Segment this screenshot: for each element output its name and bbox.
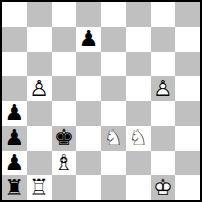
square-f7 <box>126 27 151 52</box>
square-b5: ♟♙ <box>27 76 52 101</box>
square-h6 <box>175 52 200 77</box>
square-b1: ♜♖ <box>27 175 52 200</box>
square-c7 <box>52 27 77 52</box>
square-h7 <box>175 27 200 52</box>
square-c5 <box>52 76 77 101</box>
piece-white-bishop: ♗ <box>54 152 74 174</box>
square-a3: ♟ <box>2 126 27 151</box>
square-f2 <box>126 151 151 176</box>
square-a6 <box>2 52 27 77</box>
square-g8 <box>151 2 176 27</box>
square-b6 <box>27 52 52 77</box>
chess-board: ♟♟♙♟♙♟♟♚♞♘♞♘♟♝♗♜♜♖♚♔ <box>0 0 202 202</box>
square-c1 <box>52 175 77 200</box>
square-d7: ♟ <box>76 27 101 52</box>
piece-black-rook: ♜ <box>5 177 25 199</box>
square-h1 <box>175 175 200 200</box>
piece-white-pawn: ♙ <box>29 78 49 100</box>
square-e2 <box>101 151 126 176</box>
square-a1: ♜ <box>2 175 27 200</box>
square-f4 <box>126 101 151 126</box>
square-b4 <box>27 101 52 126</box>
square-a7 <box>2 27 27 52</box>
square-g3 <box>151 126 176 151</box>
piece-black-pawn: ♟ <box>79 28 99 50</box>
square-e3: ♞♘ <box>101 126 126 151</box>
square-g6 <box>151 52 176 77</box>
square-b7 <box>27 27 52 52</box>
square-a4: ♟ <box>2 101 27 126</box>
square-a8 <box>2 2 27 27</box>
square-f6 <box>126 52 151 77</box>
square-h4 <box>175 101 200 126</box>
square-c3: ♚ <box>52 126 77 151</box>
square-f8 <box>126 2 151 27</box>
square-b3 <box>27 126 52 151</box>
square-c8 <box>52 2 77 27</box>
square-h3 <box>175 126 200 151</box>
square-d4 <box>76 101 101 126</box>
square-c2: ♝♗ <box>52 151 77 176</box>
square-d1 <box>76 175 101 200</box>
square-g1: ♚♔ <box>151 175 176 200</box>
square-b8 <box>27 2 52 27</box>
square-e5 <box>101 76 126 101</box>
piece-white-knight: ♘ <box>104 127 124 149</box>
square-c6 <box>52 52 77 77</box>
square-e8 <box>101 2 126 27</box>
piece-black-pawn: ♟ <box>5 152 25 174</box>
square-g5: ♟♙ <box>151 76 176 101</box>
square-f5 <box>126 76 151 101</box>
square-e1 <box>101 175 126 200</box>
square-h8 <box>175 2 200 27</box>
square-g2 <box>151 151 176 176</box>
square-d2 <box>76 151 101 176</box>
square-g4 <box>151 101 176 126</box>
square-d5 <box>76 76 101 101</box>
square-d3 <box>76 126 101 151</box>
square-h5 <box>175 76 200 101</box>
square-e7 <box>101 27 126 52</box>
piece-black-pawn: ♟ <box>5 127 25 149</box>
square-b2 <box>27 151 52 176</box>
piece-black-king: ♚ <box>54 127 74 149</box>
square-f1 <box>126 175 151 200</box>
piece-white-rook: ♖ <box>29 177 49 199</box>
square-h2 <box>175 151 200 176</box>
square-d8 <box>76 2 101 27</box>
piece-black-pawn: ♟ <box>5 102 25 124</box>
square-e4 <box>101 101 126 126</box>
square-e6 <box>101 52 126 77</box>
piece-white-knight: ♘ <box>128 127 148 149</box>
square-g7 <box>151 27 176 52</box>
square-f3: ♞♘ <box>126 126 151 151</box>
square-a2: ♟ <box>2 151 27 176</box>
square-d6 <box>76 52 101 77</box>
piece-white-pawn: ♙ <box>153 78 173 100</box>
piece-white-king: ♔ <box>153 177 173 199</box>
square-c4 <box>52 101 77 126</box>
square-a5 <box>2 76 27 101</box>
